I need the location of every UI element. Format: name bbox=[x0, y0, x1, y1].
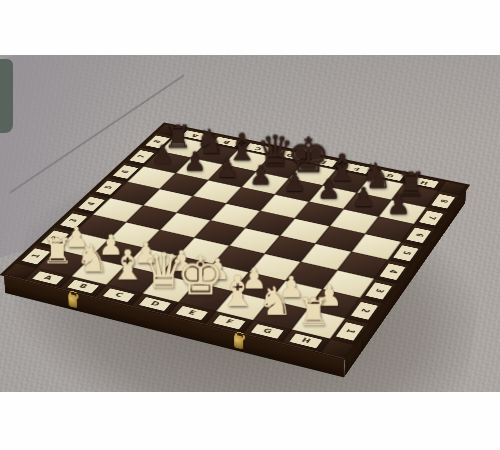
piece-white-rook-h1: ♜ bbox=[269, 293, 359, 330]
shadow-patch bbox=[0, 59, 13, 133]
photo-of-chess-set: ABCDEFGH8♜♞♝♛♚♝♞♜87♟♟♟♟♟♟♟♟7665544332♟♟♟… bbox=[0, 0, 500, 450]
square-f5 bbox=[280, 218, 330, 243]
piece-black-pawn-h7: ♟ bbox=[358, 191, 439, 218]
square-h7: ♟ bbox=[379, 200, 427, 224]
square-a4 bbox=[93, 198, 143, 222]
brass-clasp-right bbox=[234, 334, 243, 349]
brass-clasp-left bbox=[68, 294, 77, 309]
white-margin-top bbox=[0, 0, 500, 55]
white-margin-bottom bbox=[0, 392, 500, 450]
